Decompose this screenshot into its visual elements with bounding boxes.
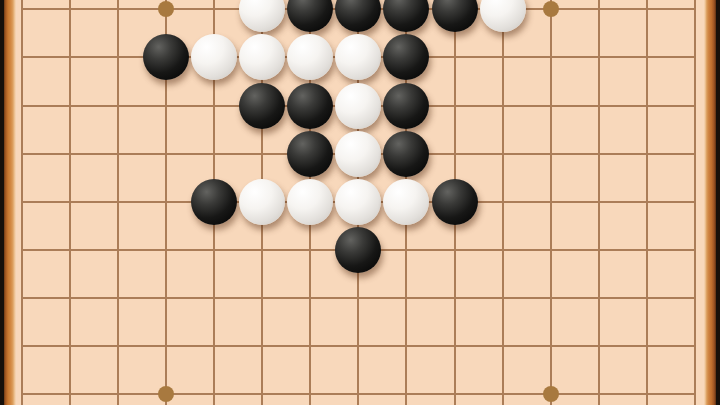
white-stone	[191, 34, 237, 80]
white-stone	[239, 0, 285, 32]
white-stone	[335, 83, 381, 129]
star-point	[543, 1, 559, 17]
black-stone	[287, 83, 333, 129]
grid-line-vertical	[694, 0, 696, 405]
grid-line-horizontal	[21, 345, 696, 347]
white-stone	[239, 179, 285, 225]
star-point	[158, 1, 174, 17]
star-point	[158, 386, 174, 402]
black-stone	[383, 34, 429, 80]
star-point	[543, 386, 559, 402]
board-frame-left	[4, 0, 16, 405]
black-stone	[335, 227, 381, 273]
black-stone	[383, 0, 429, 32]
grid-line-vertical	[598, 0, 600, 405]
white-stone	[287, 179, 333, 225]
black-stone	[191, 179, 237, 225]
white-stone	[335, 131, 381, 177]
board-frame-right	[704, 0, 716, 405]
black-stone	[287, 131, 333, 177]
letterbox-right	[716, 0, 720, 405]
grid-line-vertical	[550, 0, 552, 405]
grid-line-vertical	[646, 0, 648, 405]
black-stone	[287, 0, 333, 32]
white-stone	[383, 179, 429, 225]
white-stone	[287, 34, 333, 80]
black-stone	[143, 34, 189, 80]
gomoku-board[interactable]	[16, 0, 704, 405]
black-stone	[239, 83, 285, 129]
grid-line-horizontal	[21, 393, 696, 395]
white-stone	[335, 34, 381, 80]
white-stone	[335, 179, 381, 225]
black-stone	[383, 131, 429, 177]
grid-line-horizontal	[21, 297, 696, 299]
white-stone	[239, 34, 285, 80]
black-stone	[432, 179, 478, 225]
black-stone	[432, 0, 478, 32]
white-stone	[480, 0, 526, 32]
black-stone	[383, 83, 429, 129]
black-stone	[335, 0, 381, 32]
